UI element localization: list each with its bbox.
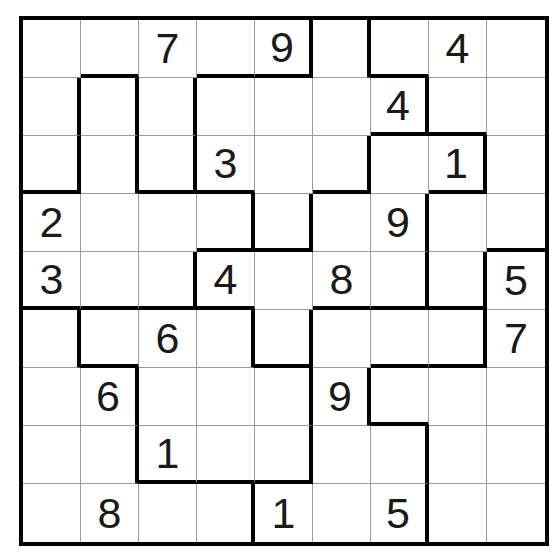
cell-r4c5[interactable] <box>255 194 313 252</box>
cell-r9c4[interactable] <box>197 484 255 542</box>
cell-r2c8[interactable] <box>429 78 487 136</box>
cell-r9c1[interactable] <box>23 484 81 542</box>
cell-r3c8[interactable]: 1 <box>429 136 487 194</box>
cell-r2c5[interactable] <box>255 78 313 136</box>
cell-r9c6[interactable] <box>313 484 371 542</box>
cell-r4c8[interactable] <box>429 194 487 252</box>
cell-r1c8[interactable]: 4 <box>429 20 487 78</box>
cell-r3c6[interactable] <box>313 136 371 194</box>
cell-r5c8[interactable] <box>429 252 487 310</box>
cell-r8c1[interactable] <box>23 426 81 484</box>
cell-r4c2[interactable] <box>81 194 139 252</box>
cell-r8c9[interactable] <box>487 426 545 484</box>
cell-r2c4[interactable] <box>197 78 255 136</box>
cell-r4c4[interactable] <box>197 194 255 252</box>
cell-r8c4[interactable] <box>197 426 255 484</box>
cell-r6c5[interactable] <box>255 310 313 368</box>
cell-r1c6[interactable] <box>313 20 371 78</box>
cell-r8c2[interactable] <box>81 426 139 484</box>
cell-r8c3[interactable]: 1 <box>139 426 197 484</box>
cell-r6c9[interactable]: 7 <box>487 310 545 368</box>
cell-r3c7[interactable] <box>371 136 429 194</box>
cell-r7c5[interactable] <box>255 368 313 426</box>
cell-r7c3[interactable] <box>139 368 197 426</box>
cell-r7c4[interactable] <box>197 368 255 426</box>
cell-r4c1[interactable]: 2 <box>23 194 81 252</box>
cell-r4c6[interactable] <box>313 194 371 252</box>
cell-r1c9[interactable] <box>487 20 545 78</box>
cell-r3c3[interactable] <box>139 136 197 194</box>
cell-r5c9[interactable]: 5 <box>487 252 545 310</box>
cell-r5c7[interactable] <box>371 252 429 310</box>
cell-r5c3[interactable] <box>139 252 197 310</box>
cell-r9c5[interactable]: 1 <box>255 484 313 542</box>
cell-r5c5[interactable] <box>255 252 313 310</box>
cell-r7c9[interactable] <box>487 368 545 426</box>
cell-r6c3[interactable]: 6 <box>139 310 197 368</box>
cell-r1c7[interactable] <box>371 20 429 78</box>
cell-r1c5[interactable]: 9 <box>255 20 313 78</box>
cell-r5c1[interactable]: 3 <box>23 252 81 310</box>
jigsaw-sudoku-board: 79443129348567691815 <box>19 16 549 546</box>
cell-r7c1[interactable] <box>23 368 81 426</box>
cell-r3c1[interactable] <box>23 136 81 194</box>
cell-r9c3[interactable] <box>139 484 197 542</box>
cell-r1c1[interactable] <box>23 20 81 78</box>
cell-r3c2[interactable] <box>81 136 139 194</box>
cell-r6c1[interactable] <box>23 310 81 368</box>
cell-r2c3[interactable] <box>139 78 197 136</box>
cell-r8c5[interactable] <box>255 426 313 484</box>
cell-r1c3[interactable]: 7 <box>139 20 197 78</box>
cell-r6c8[interactable] <box>429 310 487 368</box>
cell-r6c4[interactable] <box>197 310 255 368</box>
cell-r2c2[interactable] <box>81 78 139 136</box>
cell-r7c7[interactable] <box>371 368 429 426</box>
cell-r1c4[interactable] <box>197 20 255 78</box>
cell-r1c2[interactable] <box>81 20 139 78</box>
cell-r3c9[interactable] <box>487 136 545 194</box>
cell-r7c8[interactable] <box>429 368 487 426</box>
cell-r8c7[interactable] <box>371 426 429 484</box>
cell-r8c8[interactable] <box>429 426 487 484</box>
cell-r6c6[interactable] <box>313 310 371 368</box>
cell-r9c7[interactable]: 5 <box>371 484 429 542</box>
cell-r3c4[interactable]: 3 <box>197 136 255 194</box>
cell-r9c8[interactable] <box>429 484 487 542</box>
cell-r8c6[interactable] <box>313 426 371 484</box>
cell-r6c7[interactable] <box>371 310 429 368</box>
cell-r7c2[interactable]: 6 <box>81 368 139 426</box>
cell-r4c7[interactable]: 9 <box>371 194 429 252</box>
cell-r2c6[interactable] <box>313 78 371 136</box>
cell-r3c5[interactable] <box>255 136 313 194</box>
cell-r9c9[interactable] <box>487 484 545 542</box>
cell-r6c2[interactable] <box>81 310 139 368</box>
cell-r4c3[interactable] <box>139 194 197 252</box>
cell-r5c2[interactable] <box>81 252 139 310</box>
cell-r5c6[interactable]: 8 <box>313 252 371 310</box>
cell-r2c1[interactable] <box>23 78 81 136</box>
cell-r5c4[interactable]: 4 <box>197 252 255 310</box>
puzzle-page: 79443129348567691815 <box>0 0 556 552</box>
cell-r9c2[interactable]: 8 <box>81 484 139 542</box>
cell-r2c9[interactable] <box>487 78 545 136</box>
cell-r7c6[interactable]: 9 <box>313 368 371 426</box>
cell-r2c7[interactable]: 4 <box>371 78 429 136</box>
cell-r4c9[interactable] <box>487 194 545 252</box>
